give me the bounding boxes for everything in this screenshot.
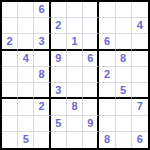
sudoku-cell-r1c9[interactable] (132, 2, 148, 18)
sudoku-cell-r3c1[interactable]: 2 (2, 34, 18, 50)
sudoku-cell-r2c5[interactable] (67, 18, 83, 34)
sudoku-cell-r5c3[interactable]: 8 (34, 67, 50, 83)
sudoku-cell-r1c6[interactable] (83, 2, 99, 18)
sudoku-cell-r3c9[interactable] (132, 34, 148, 50)
sudoku-cell-r3c4[interactable] (51, 34, 67, 50)
sudoku-cell-r7c3[interactable]: 2 (34, 99, 50, 115)
sudoku-cell-r6c4[interactable]: 3 (51, 83, 67, 99)
sudoku-cell-r2c2[interactable] (18, 18, 34, 34)
sudoku-cell-r1c1[interactable] (2, 2, 18, 18)
sudoku-cell-r6c3[interactable] (34, 83, 50, 99)
sudoku-cell-r5c9[interactable] (132, 67, 148, 83)
sudoku-cell-r6c9[interactable] (132, 83, 148, 99)
sudoku-cell-r8c9[interactable] (132, 116, 148, 132)
sudoku-cell-r8c8[interactable] (116, 116, 132, 132)
sudoku-cell-r5c4[interactable] (51, 67, 67, 83)
sudoku-cell-r7c6[interactable] (83, 99, 99, 115)
sudoku-cell-r5c1[interactable] (2, 67, 18, 83)
sudoku-cell-r8c6[interactable]: 9 (83, 116, 99, 132)
sudoku-cell-r7c9[interactable]: 7 (132, 99, 148, 115)
sudoku-cell-r6c5[interactable] (67, 83, 83, 99)
sudoku-cell-r9c4[interactable] (51, 132, 67, 148)
sudoku-cell-r8c4[interactable]: 5 (51, 116, 67, 132)
sudoku-cell-r6c1[interactable] (2, 83, 18, 99)
sudoku-cell-r3c2[interactable] (18, 34, 34, 50)
sudoku-cell-r9c9[interactable]: 6 (132, 132, 148, 148)
sudoku-cell-r1c3[interactable]: 6 (34, 2, 50, 18)
sudoku-cell-r7c4[interactable] (51, 99, 67, 115)
sudoku-cell-r8c7[interactable] (99, 116, 115, 132)
sudoku-cell-r9c5[interactable] (67, 132, 83, 148)
sudoku-cell-r9c6[interactable] (83, 132, 99, 148)
sudoku-cell-r4c4[interactable]: 9 (51, 51, 67, 67)
sudoku-cell-r9c3[interactable] (34, 132, 50, 148)
sudoku-cell-r2c3[interactable] (34, 18, 50, 34)
sudoku-cell-r6c8[interactable]: 5 (116, 83, 132, 99)
sudoku-cell-r9c7[interactable]: 8 (99, 132, 115, 148)
sudoku-cell-r2c1[interactable] (2, 18, 18, 34)
sudoku-cell-r4c8[interactable]: 8 (116, 51, 132, 67)
sudoku-cell-r6c2[interactable] (18, 83, 34, 99)
sudoku-cell-r5c7[interactable]: 2 (99, 67, 115, 83)
sudoku-cell-r1c7[interactable] (99, 2, 115, 18)
sudoku-cell-r5c5[interactable] (67, 67, 83, 83)
sudoku-cell-r7c2[interactable] (18, 99, 34, 115)
sudoku-cell-r3c6[interactable] (83, 34, 99, 50)
sudoku-cell-r1c2[interactable] (18, 2, 34, 18)
sudoku-cell-r9c1[interactable] (2, 132, 18, 148)
sudoku-cell-r8c3[interactable] (34, 116, 50, 132)
sudoku-cell-r2c7[interactable] (99, 18, 115, 34)
sudoku-board: 62423164968823528759586 (0, 0, 150, 150)
sudoku-cell-r4c2[interactable]: 4 (18, 51, 34, 67)
sudoku-cell-r8c5[interactable] (67, 116, 83, 132)
sudoku-cell-r9c8[interactable] (116, 132, 132, 148)
sudoku-cell-r1c8[interactable] (116, 2, 132, 18)
sudoku-cell-r5c6[interactable] (83, 67, 99, 83)
sudoku-cell-r7c8[interactable] (116, 99, 132, 115)
sudoku-cell-r8c2[interactable] (18, 116, 34, 132)
sudoku-cell-r2c9[interactable]: 4 (132, 18, 148, 34)
sudoku-cell-r1c4[interactable] (51, 2, 67, 18)
sudoku-cell-r5c2[interactable] (18, 67, 34, 83)
sudoku-cell-r4c5[interactable] (67, 51, 83, 67)
sudoku-cell-r1c5[interactable] (67, 2, 83, 18)
sudoku-cell-r8c1[interactable] (2, 116, 18, 132)
sudoku-cell-r4c1[interactable] (2, 51, 18, 67)
sudoku-cell-r3c5[interactable]: 1 (67, 34, 83, 50)
sudoku-cell-r6c7[interactable] (99, 83, 115, 99)
sudoku-cell-r9c2[interactable]: 5 (18, 132, 34, 148)
sudoku-cell-r7c1[interactable] (2, 99, 18, 115)
sudoku-cell-r3c3[interactable]: 3 (34, 34, 50, 50)
sudoku-cell-r4c6[interactable]: 6 (83, 51, 99, 67)
sudoku-cell-r7c5[interactable]: 8 (67, 99, 83, 115)
sudoku-cell-r5c8[interactable] (116, 67, 132, 83)
sudoku-cell-r3c8[interactable] (116, 34, 132, 50)
sudoku-cell-r4c7[interactable] (99, 51, 115, 67)
sudoku-cell-r4c9[interactable] (132, 51, 148, 67)
sudoku-cell-r2c6[interactable] (83, 18, 99, 34)
sudoku-cell-r4c3[interactable] (34, 51, 50, 67)
sudoku-cell-r2c8[interactable] (116, 18, 132, 34)
sudoku-cell-r3c7[interactable]: 6 (99, 34, 115, 50)
sudoku-cell-r7c7[interactable] (99, 99, 115, 115)
sudoku-cell-r6c6[interactable] (83, 83, 99, 99)
sudoku-cell-r2c4[interactable]: 2 (51, 18, 67, 34)
